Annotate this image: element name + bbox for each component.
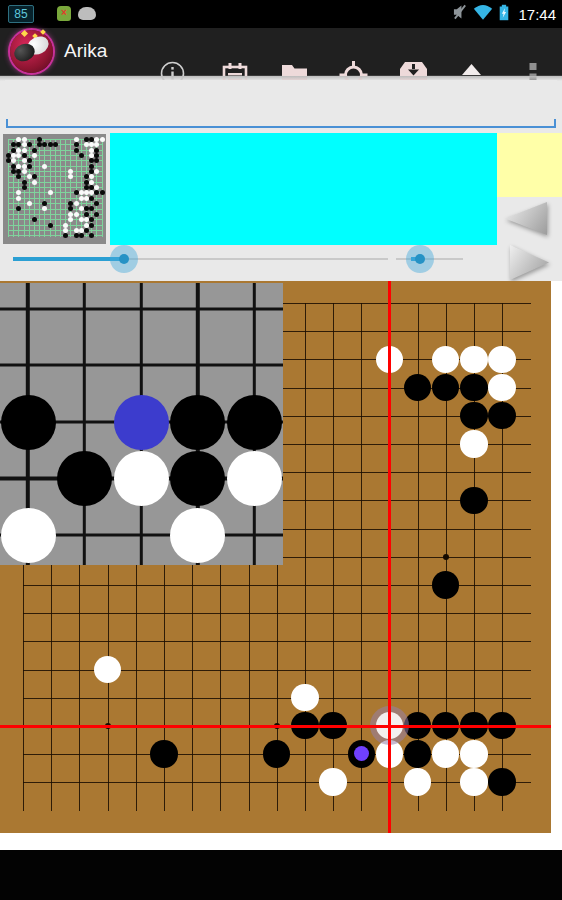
underline-tick-right [554,119,556,128]
left-arrow-icon [505,202,547,235]
white-stone [460,430,487,457]
thumbnail-stone [16,153,21,158]
battery-charging-icon [498,3,510,26]
thumbnail-stone [79,190,84,195]
thumbnail-stone [68,212,73,217]
app-logo-icon [10,30,53,73]
crosshair-horizontal-line [0,725,551,728]
white-stone [291,684,318,711]
thumbnail-stone [68,217,73,222]
thumbnail-stone [94,148,99,153]
white-stone [460,740,487,767]
thumbnail-stone [42,164,47,169]
thumbnail-stone [74,148,79,153]
white-stone [319,768,346,795]
thumbnail-stone [74,233,79,238]
right-arrow-icon [510,245,549,280]
comment-input-underline [6,126,556,128]
thumbnail-stone [32,180,37,185]
white-stone [488,346,515,373]
android-nav-bar [0,850,562,900]
thumbnail-stone [48,142,53,147]
thumbnail-stone [100,190,105,195]
move-slider-fill [13,257,124,261]
thumbnail-stone [63,223,68,228]
status-bar: 85 × 17:44 [0,0,562,28]
game-thumbnail-board[interactable] [3,134,106,244]
move-slider-thumb-dot [119,254,129,264]
thumbnail-stone [79,228,84,233]
thumbnail-stone [27,164,32,169]
thumbnail-stone [27,142,32,147]
magnifier-inset [0,283,283,565]
thumbnail-stone [16,174,21,179]
thumbnail-stone [89,223,94,228]
thumbnail-stone [100,137,105,142]
thumbnail-stone [74,142,79,147]
thumbnail-stone [94,158,99,163]
white-stone [432,740,459,767]
black-stone [432,571,459,598]
thumbnail-stone [63,233,68,238]
white-stone [432,346,459,373]
thumbnail-stone [79,233,84,238]
zoom-slider-thumb-dot [415,254,425,264]
thumbnail-stone [22,148,27,153]
thumbnail-stone [27,174,32,179]
black-stone [488,768,515,795]
thumbnail-stone [16,148,21,153]
white-stone [460,346,487,373]
thumbnail-stone [53,142,58,147]
white-stone [94,656,121,683]
thumbnail-stone [68,206,73,211]
black-stone [404,374,431,401]
thumbnail-stone [32,174,37,179]
thumbnail-stone [22,169,27,174]
thumbnail-stone [89,196,94,201]
android-notification-icon [78,7,96,20]
loupe-white-stone [114,451,169,506]
thumbnail-stone [79,196,84,201]
thumbnail-stone [74,201,79,206]
black-stone [460,487,487,514]
status-bar-right: 17:44 [453,0,560,28]
thumbnail-stone [94,153,99,158]
thumbnail-stone [89,217,94,222]
thumbnail-stone [94,142,99,147]
thumbnail-stone [32,217,37,222]
thumbnail-stone [94,137,99,142]
black-stone [432,374,459,401]
white-stone [488,374,515,401]
mute-icon [453,4,468,24]
next-move-button[interactable] [510,245,549,280]
app-title: Arika [64,40,107,62]
loupe-black-stone [170,395,225,450]
thumbnail-stone [74,190,79,195]
wifi-icon [472,4,494,25]
thumbnail-stone [89,164,94,169]
thumbnail-stone [22,142,27,147]
thumbnail-stone [89,180,94,185]
navigator-cyan-panel [110,133,497,245]
black-stone [150,740,177,767]
navigator-yellow-panel [497,133,562,197]
thumbnail-stone [74,212,79,217]
thumbnail-stone [68,174,73,179]
thumbnail-stone [68,201,73,206]
battery-percent-badge: 85 [8,5,34,23]
thumbnail-stone [27,158,32,163]
thumbnail-stone [16,164,21,169]
thumbnail-stone [48,190,53,195]
star-point [443,554,449,560]
thumbnail-stone [94,212,99,217]
thumbnail-stone [79,217,84,222]
black-stone [460,402,487,429]
thumbnail-stone [22,153,27,158]
loupe-white-stone [170,508,225,563]
android-error-icon: × [57,6,71,21]
board-region [0,281,562,850]
thumbnail-stone [22,158,27,163]
thumbnail-stone [94,201,99,206]
thumbnail-stone [68,169,73,174]
thumbnail-stone [37,137,42,142]
thumbnail-stone [79,206,84,211]
thumbnail-stone [84,212,89,217]
thumbnail-stone [42,201,47,206]
thumbnail-stone [94,169,99,174]
loupe-black-stone [170,451,225,506]
thumbnail-stone [16,137,21,142]
thumbnail-stone [32,148,37,153]
thumbnail-stone [11,158,16,163]
thumbnail-stone [22,137,27,142]
white-stone [404,768,431,795]
thumbnail-stone [42,142,47,147]
go-board[interactable] [0,281,551,833]
thumbnail-stone [16,169,21,174]
black-stone [460,374,487,401]
thumbnail-stone [94,185,99,190]
thumbnail-stone [22,185,27,190]
black-stone [404,740,431,767]
magnifier-grid [0,283,283,563]
loupe-white-stone [227,451,282,506]
action-bar: Arika [0,28,562,76]
thumbnail-stone [42,206,47,211]
thumbnail-stone [16,142,21,147]
loupe-white-stone [1,508,56,563]
screen: 85 × 17:44 Arika [0,0,562,900]
thumbnail-stone [16,196,21,201]
loupe-cursor-stone [114,395,169,450]
thumbnail-stone [89,233,94,238]
thumbnail-stone [16,190,21,195]
thumbnail-stone [89,206,94,211]
black-stone [488,402,515,429]
thumbnail-stone [74,137,79,142]
thumbnail-grid [8,139,103,237]
loupe-black-stone [1,395,56,450]
thumbnail-stone [22,164,27,169]
white-stone [460,768,487,795]
thumbnail-stone [74,228,79,233]
loupe-black-stone [57,451,112,506]
thumbnail-stone [89,174,94,179]
comment-input[interactable] [5,80,557,126]
underline-tick-left [6,119,8,128]
thumbnail-stone [27,201,32,206]
thumbnail-stone [84,228,89,233]
thumbnail-stone [63,228,68,233]
previous-move-button[interactable] [505,202,547,235]
thumbnail-stone [16,206,21,211]
thumbnail-stone [48,223,53,228]
thumbnail-stone [94,190,99,195]
loupe-black-stone [227,395,282,450]
thumbnail-stone [79,153,84,158]
clock-text: 17:44 [514,6,560,23]
thumbnail-stone [22,180,27,185]
black-stone [263,740,290,767]
thumbnail-stone [32,153,37,158]
crosshair-vertical-line [388,281,391,833]
